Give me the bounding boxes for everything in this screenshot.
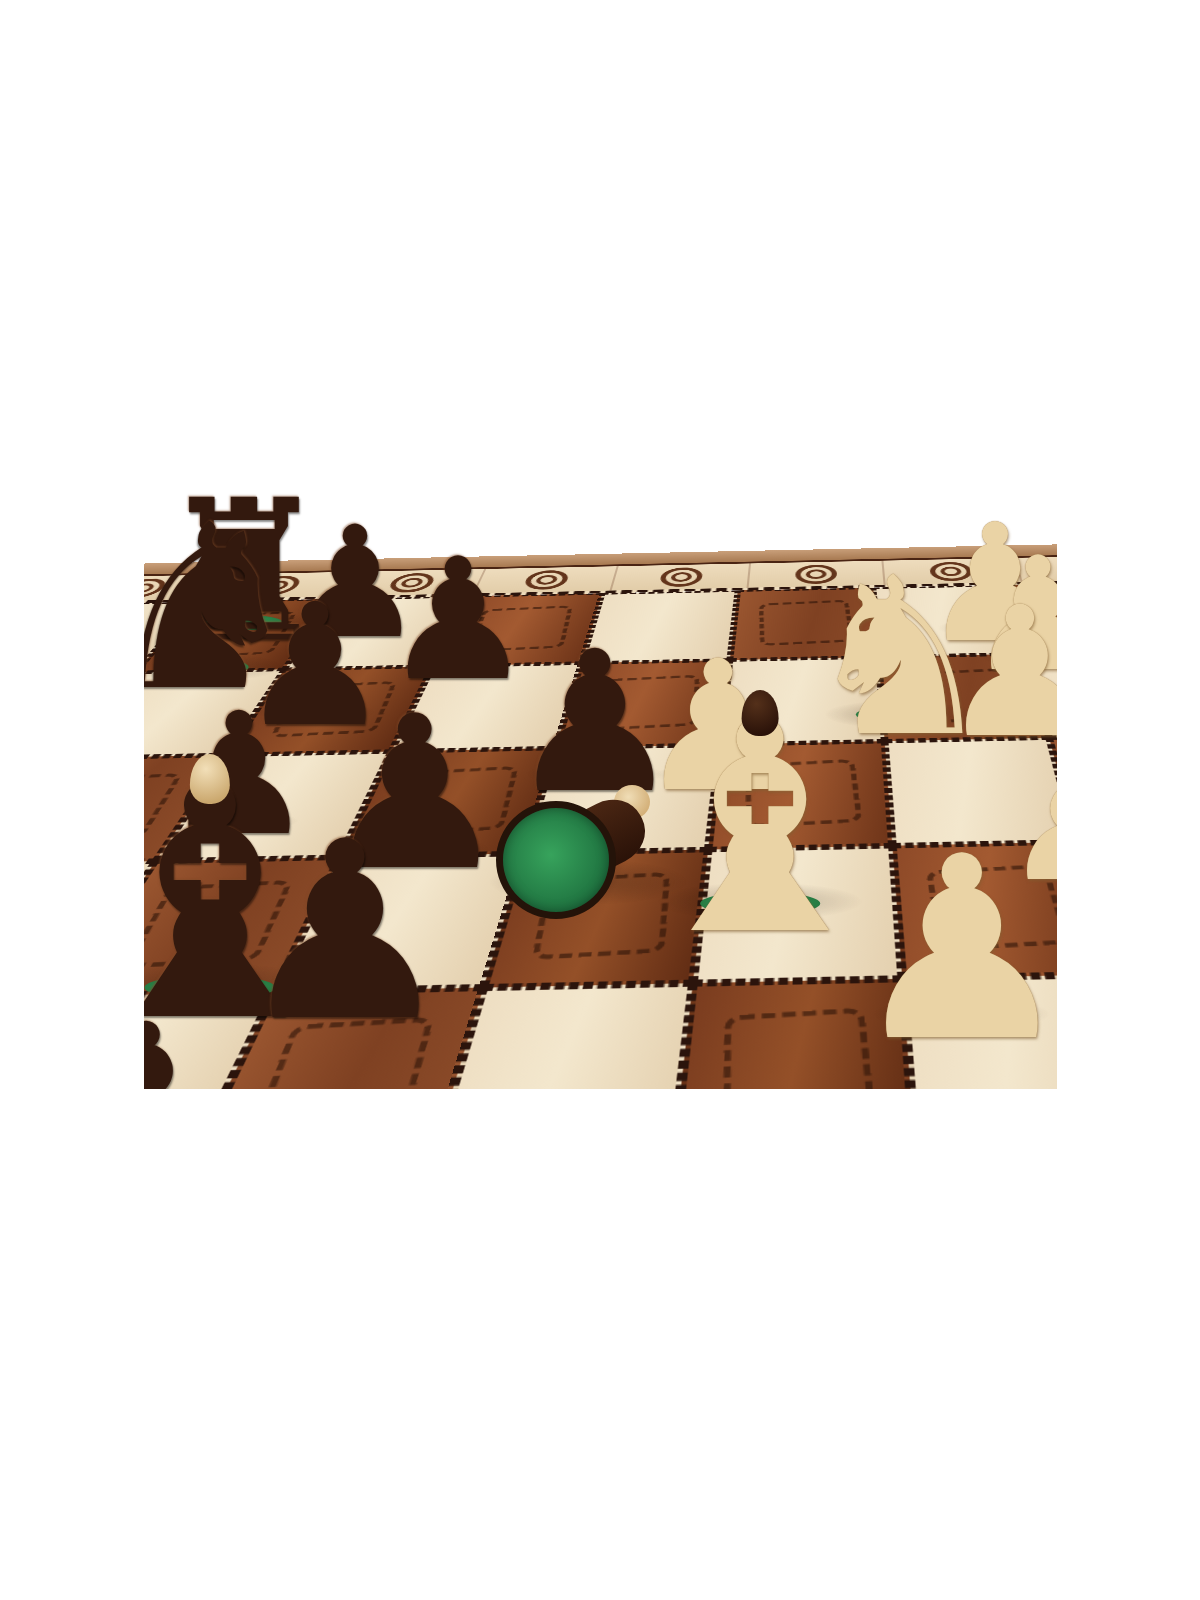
fallen-bishop-felt-base xyxy=(496,801,616,919)
pawn-glyph: ♟ xyxy=(849,823,1057,1076)
black-bishop-fallen xyxy=(496,773,696,923)
black-pawn: ♟ xyxy=(393,538,524,669)
black-pawn: ♟ xyxy=(144,1003,214,1089)
pawn-glyph: ♟ xyxy=(235,809,456,1055)
pawn-glyph: ♟ xyxy=(144,1001,224,1089)
chess-set-photo: ♜♞♟♟♟♟♟♟♝♟♟♟♟♞♟♟♝♟♟ xyxy=(144,488,1057,1089)
white-pawn: ♟ xyxy=(863,825,1057,1023)
pieces-layer: ♜♞♟♟♟♟♟♟♝♟♟♟♟♞♟♟♝♟♟ xyxy=(144,488,1057,1089)
black-pawn: ♟ xyxy=(249,811,441,1003)
white-pawn: ♟ xyxy=(950,584,1058,725)
bishop-dark-tip xyxy=(742,690,779,736)
